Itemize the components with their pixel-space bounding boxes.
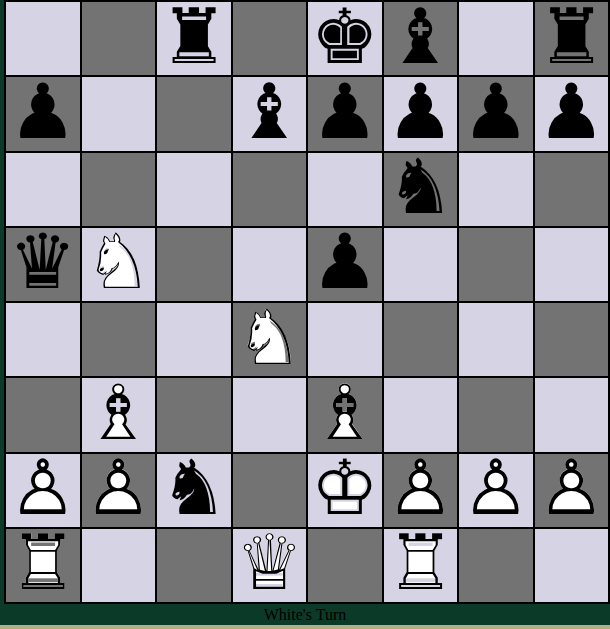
square-b6[interactable] bbox=[82, 153, 156, 226]
square-f6[interactable]: ♞ bbox=[384, 153, 458, 226]
square-e6[interactable] bbox=[308, 153, 382, 226]
piece-white-queen: ♛♕ bbox=[233, 529, 307, 602]
square-e8[interactable]: ♚ bbox=[308, 2, 382, 75]
white-king-outline-glyph: ♔ bbox=[308, 454, 382, 527]
square-g6[interactable] bbox=[459, 153, 533, 226]
piece-white-pawn: ♟♙ bbox=[384, 454, 458, 527]
square-e7[interactable]: ♟ bbox=[308, 77, 382, 150]
square-d3[interactable] bbox=[233, 378, 307, 451]
piece-white-pawn: ♟♙ bbox=[6, 454, 80, 527]
piece-black-pawn: ♟ bbox=[459, 77, 533, 150]
square-c2[interactable]: ♞ bbox=[157, 454, 231, 527]
black-knight-glyph: ♞ bbox=[157, 454, 231, 527]
square-c7[interactable] bbox=[157, 77, 231, 150]
square-b7[interactable] bbox=[82, 77, 156, 150]
piece-black-queen: ♛ bbox=[6, 228, 80, 301]
square-h4[interactable] bbox=[535, 303, 609, 376]
piece-white-pawn: ♟♙ bbox=[459, 454, 533, 527]
piece-black-knight: ♞ bbox=[384, 153, 458, 226]
square-e4[interactable] bbox=[308, 303, 382, 376]
piece-black-king: ♚ bbox=[308, 2, 382, 75]
square-e5[interactable]: ♟ bbox=[308, 228, 382, 301]
white-pawn-outline-glyph: ♙ bbox=[535, 454, 609, 527]
square-h7[interactable]: ♟ bbox=[535, 77, 609, 150]
board-area: ♜♚♝♜♟♝♟♟♟♟♞♛♞♘♟♞♘♝♗♝♗♟♙♟♙♞♚♔♟♙♟♙♟♙♜♖♛♕♜♖ bbox=[0, 0, 610, 604]
square-g7[interactable]: ♟ bbox=[459, 77, 533, 150]
square-b2[interactable]: ♟♙ bbox=[82, 454, 156, 527]
black-pawn-glyph: ♟ bbox=[308, 77, 382, 150]
piece-white-pawn: ♟♙ bbox=[82, 454, 156, 527]
square-d1[interactable]: ♛♕ bbox=[233, 529, 307, 602]
square-g4[interactable] bbox=[459, 303, 533, 376]
square-h8[interactable]: ♜ bbox=[535, 2, 609, 75]
square-h5[interactable] bbox=[535, 228, 609, 301]
square-c3[interactable] bbox=[157, 378, 231, 451]
square-a8[interactable] bbox=[6, 2, 80, 75]
square-c4[interactable] bbox=[157, 303, 231, 376]
white-bishop-outline-glyph: ♗ bbox=[82, 378, 156, 451]
square-b8[interactable] bbox=[82, 2, 156, 75]
piece-white-rook: ♜♖ bbox=[384, 529, 458, 602]
black-pawn-glyph: ♟ bbox=[459, 77, 533, 150]
chess-board: ♜♚♝♜♟♝♟♟♟♟♞♛♞♘♟♞♘♝♗♝♗♟♙♟♙♞♚♔♟♙♟♙♟♙♜♖♛♕♜♖ bbox=[4, 0, 610, 604]
square-g1[interactable] bbox=[459, 529, 533, 602]
black-knight-glyph: ♞ bbox=[384, 153, 458, 226]
square-a6[interactable] bbox=[6, 153, 80, 226]
square-d8[interactable] bbox=[233, 2, 307, 75]
piece-black-bishop: ♝ bbox=[233, 77, 307, 150]
square-f1[interactable]: ♜♖ bbox=[384, 529, 458, 602]
white-bishop-outline-glyph: ♗ bbox=[308, 378, 382, 451]
black-king-glyph: ♚ bbox=[308, 2, 382, 75]
square-d4[interactable]: ♞♘ bbox=[233, 303, 307, 376]
square-d2[interactable] bbox=[233, 454, 307, 527]
square-c5[interactable] bbox=[157, 228, 231, 301]
piece-white-bishop: ♝♗ bbox=[82, 378, 156, 451]
square-h1[interactable] bbox=[535, 529, 609, 602]
white-knight-outline-glyph: ♘ bbox=[233, 303, 307, 376]
square-a7[interactable]: ♟ bbox=[6, 77, 80, 150]
square-f5[interactable] bbox=[384, 228, 458, 301]
square-e2[interactable]: ♚♔ bbox=[308, 454, 382, 527]
square-d5[interactable] bbox=[233, 228, 307, 301]
square-h6[interactable] bbox=[535, 153, 609, 226]
piece-black-knight: ♞ bbox=[157, 454, 231, 527]
white-pawn-outline-glyph: ♙ bbox=[459, 454, 533, 527]
white-pawn-outline-glyph: ♙ bbox=[82, 454, 156, 527]
square-f2[interactable]: ♟♙ bbox=[384, 454, 458, 527]
piece-black-rook: ♜ bbox=[535, 2, 609, 75]
piece-black-pawn: ♟ bbox=[308, 228, 382, 301]
square-b3[interactable]: ♝♗ bbox=[82, 378, 156, 451]
black-pawn-glyph: ♟ bbox=[6, 77, 80, 150]
piece-white-pawn: ♟♙ bbox=[535, 454, 609, 527]
white-rook-outline-glyph: ♖ bbox=[6, 529, 80, 602]
piece-white-knight: ♞♘ bbox=[233, 303, 307, 376]
white-knight-outline-glyph: ♘ bbox=[82, 228, 156, 301]
piece-black-pawn: ♟ bbox=[308, 77, 382, 150]
black-queen-glyph: ♛ bbox=[6, 228, 80, 301]
square-c6[interactable] bbox=[157, 153, 231, 226]
square-h2[interactable]: ♟♙ bbox=[535, 454, 609, 527]
square-a4[interactable] bbox=[6, 303, 80, 376]
black-rook-glyph: ♜ bbox=[535, 2, 609, 75]
window-edge-strip bbox=[0, 625, 610, 629]
turn-indicator: White's Turn bbox=[264, 604, 346, 625]
square-g2[interactable]: ♟♙ bbox=[459, 454, 533, 527]
square-g8[interactable] bbox=[459, 2, 533, 75]
square-h3[interactable] bbox=[535, 378, 609, 451]
square-b1[interactable] bbox=[82, 529, 156, 602]
black-bishop-glyph: ♝ bbox=[233, 77, 307, 150]
square-d6[interactable] bbox=[233, 153, 307, 226]
black-pawn-glyph: ♟ bbox=[535, 77, 609, 150]
white-rook-outline-glyph: ♖ bbox=[384, 529, 458, 602]
square-a5[interactable]: ♛ bbox=[6, 228, 80, 301]
square-a3[interactable] bbox=[6, 378, 80, 451]
square-b5[interactable]: ♞♘ bbox=[82, 228, 156, 301]
black-pawn-glyph: ♟ bbox=[308, 228, 382, 301]
piece-black-rook: ♜ bbox=[157, 2, 231, 75]
square-f3[interactable] bbox=[384, 378, 458, 451]
piece-black-pawn: ♟ bbox=[6, 77, 80, 150]
square-g3[interactable] bbox=[459, 378, 533, 451]
square-a1[interactable]: ♜♖ bbox=[6, 529, 80, 602]
square-a2[interactable]: ♟♙ bbox=[6, 454, 80, 527]
square-f8[interactable]: ♝ bbox=[384, 2, 458, 75]
piece-black-pawn: ♟ bbox=[384, 77, 458, 150]
square-d7[interactable]: ♝ bbox=[233, 77, 307, 150]
status-bar: White's Turn bbox=[0, 604, 610, 625]
square-e1[interactable] bbox=[308, 529, 382, 602]
black-pawn-glyph: ♟ bbox=[384, 77, 458, 150]
piece-white-bishop: ♝♗ bbox=[308, 378, 382, 451]
white-queen-outline-glyph: ♕ bbox=[233, 529, 307, 602]
square-f4[interactable] bbox=[384, 303, 458, 376]
square-e3[interactable]: ♝♗ bbox=[308, 378, 382, 451]
square-c1[interactable] bbox=[157, 529, 231, 602]
square-g5[interactable] bbox=[459, 228, 533, 301]
piece-black-pawn: ♟ bbox=[535, 77, 609, 150]
square-f7[interactable]: ♟ bbox=[384, 77, 458, 150]
piece-white-rook: ♜♖ bbox=[6, 529, 80, 602]
black-rook-glyph: ♜ bbox=[157, 2, 231, 75]
chess-app-window: ♜♚♝♜♟♝♟♟♟♟♞♛♞♘♟♞♘♝♗♝♗♟♙♟♙♞♚♔♟♙♟♙♟♙♜♖♛♕♜♖… bbox=[0, 0, 610, 629]
square-c8[interactable]: ♜ bbox=[157, 2, 231, 75]
piece-black-bishop: ♝ bbox=[384, 2, 458, 75]
square-b4[interactable] bbox=[82, 303, 156, 376]
black-bishop-glyph: ♝ bbox=[384, 2, 458, 75]
white-pawn-outline-glyph: ♙ bbox=[384, 454, 458, 527]
piece-white-king: ♚♔ bbox=[308, 454, 382, 527]
piece-white-knight: ♞♘ bbox=[82, 228, 156, 301]
white-pawn-outline-glyph: ♙ bbox=[6, 454, 80, 527]
